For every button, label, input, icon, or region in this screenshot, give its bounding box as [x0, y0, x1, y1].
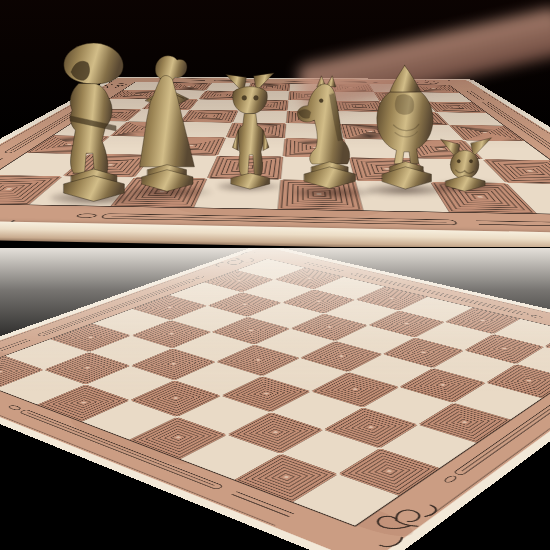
- chessboard-bottom-surface: [0, 248, 550, 550]
- piece-boy: [46, 38, 138, 208]
- piece-cat: [219, 68, 281, 192]
- photo-composite: [0, 0, 550, 550]
- panel-empty-board: [0, 248, 550, 550]
- panel-pieces-closeup: [0, 0, 550, 247]
- piece-horse: [288, 74, 368, 200]
- chessboard-bottom: [0, 248, 550, 550]
- piece-fish: [434, 136, 498, 194]
- piece-girl: [128, 52, 206, 200]
- pieces-row: [0, 0, 550, 247]
